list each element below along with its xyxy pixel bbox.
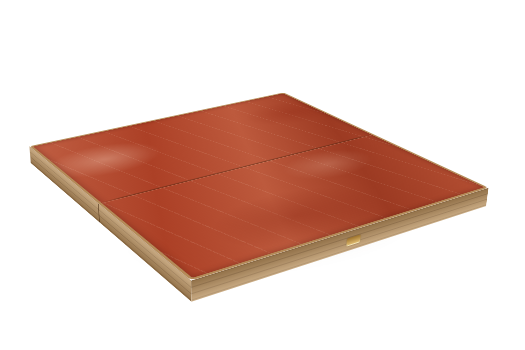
brass-clasp bbox=[346, 234, 360, 246]
board-fold-seam-edge bbox=[98, 203, 100, 223]
product-photo-scene bbox=[0, 0, 525, 350]
